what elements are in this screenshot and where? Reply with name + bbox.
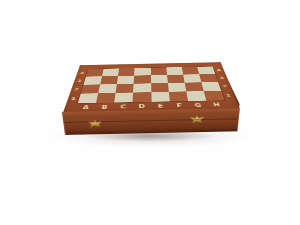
board-square — [116, 84, 134, 93]
board-square — [96, 93, 116, 103]
file-label: F — [170, 102, 190, 110]
file-label: H — [206, 101, 227, 109]
file-label: C — [113, 103, 133, 111]
file-label: E — [151, 102, 170, 110]
board-square — [98, 84, 117, 93]
board-square — [168, 91, 187, 101]
board-square — [168, 83, 186, 92]
chess-box: 4321 4321 ABCDEFGH — [0, 0, 300, 225]
board-square — [133, 83, 151, 92]
board-square — [133, 92, 151, 102]
board-square — [114, 93, 133, 103]
board-grid — [78, 66, 225, 103]
board-square — [204, 91, 225, 101]
product-photo-scene: 4321 4321 ABCDEFGH — [0, 0, 300, 225]
latch-clasp-left — [88, 120, 102, 127]
file-label: A — [75, 104, 96, 112]
board-square — [151, 83, 169, 92]
latch-clasp-right — [190, 116, 204, 123]
board-square — [151, 92, 170, 102]
board-top-face: 4321 4321 ABCDEFGH — [63, 62, 240, 113]
box-front-face — [62, 108, 240, 135]
board-square — [201, 82, 221, 91]
file-label: B — [94, 104, 114, 112]
file-label: G — [188, 102, 209, 110]
file-label: D — [132, 103, 151, 111]
